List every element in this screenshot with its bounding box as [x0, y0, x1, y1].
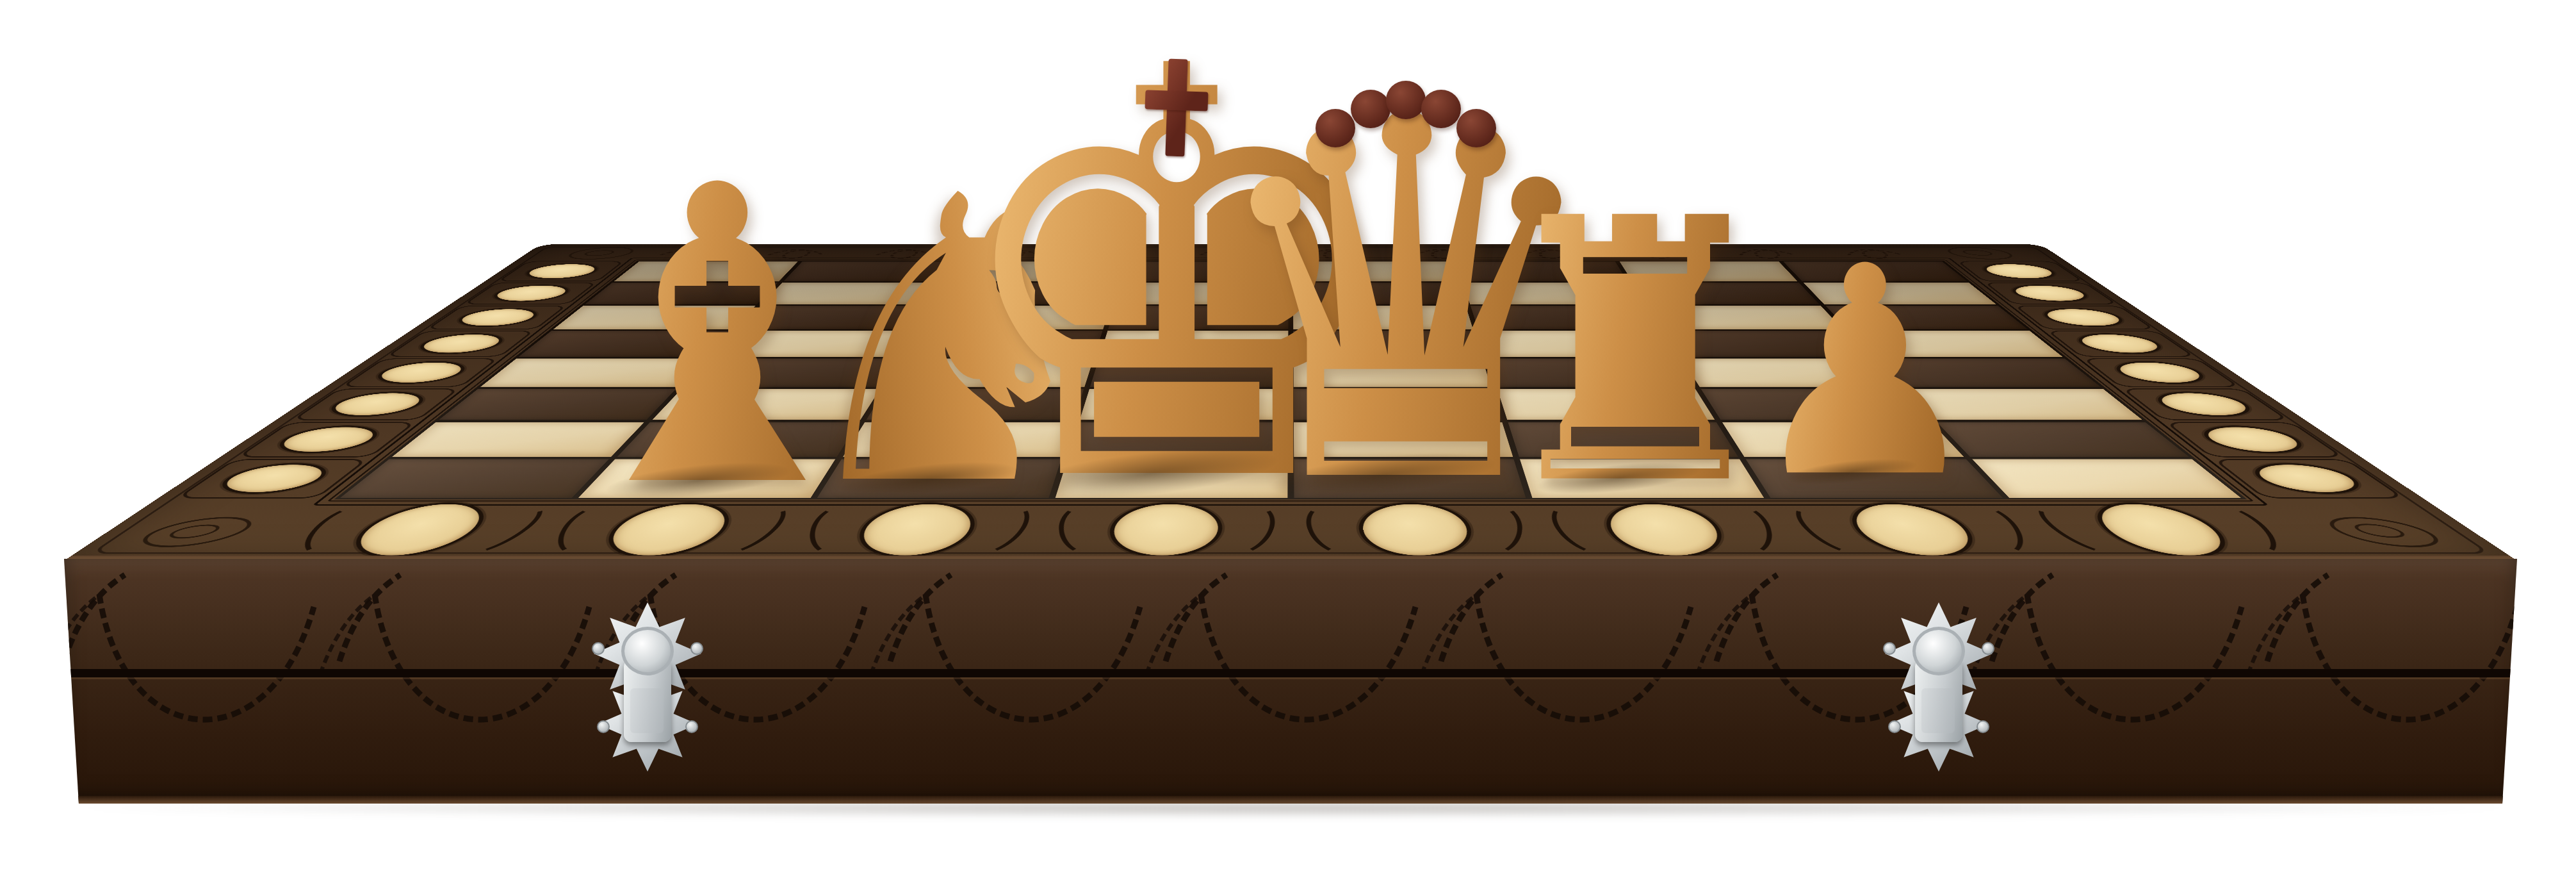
pieces-layer: ♝♞♚♛♜♟ — [0, 0, 2576, 876]
queen-ball-finial — [1351, 90, 1390, 128]
queen-ball-finial — [1421, 90, 1461, 128]
queen-ball-finial — [1456, 109, 1496, 147]
chess-set-photo: ♝♞♚♛♜♟ — [0, 0, 2576, 876]
king-cross-finial — [1145, 90, 1209, 111]
queen-ball-finial — [1386, 81, 1426, 119]
queen-ball-finial — [1316, 109, 1355, 147]
